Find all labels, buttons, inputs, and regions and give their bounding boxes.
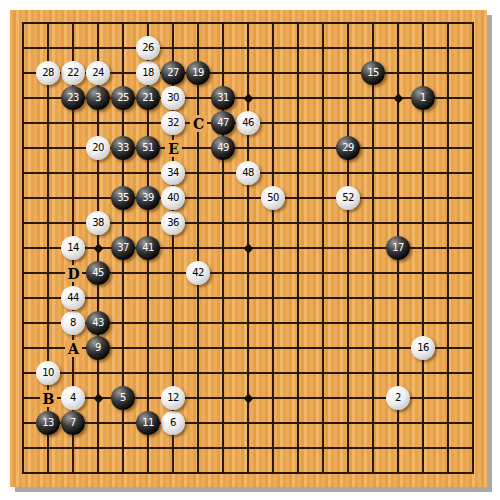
stone-black-5[interactable]: 5: [111, 386, 135, 410]
stone-black-29[interactable]: 29: [336, 136, 360, 160]
stone-white-14[interactable]: 14: [61, 236, 85, 260]
stone-white-42[interactable]: 42: [186, 261, 210, 285]
stone-white-38[interactable]: 38: [86, 211, 110, 235]
star-point: [94, 244, 104, 254]
stone-black-37[interactable]: 37: [111, 236, 135, 260]
stone-white-52[interactable]: 52: [336, 186, 360, 210]
stone-white-22[interactable]: 22: [61, 61, 85, 85]
point-label-b: B: [40, 390, 57, 407]
grid-vline: [322, 22, 324, 474]
stone-black-43[interactable]: 43: [86, 311, 110, 335]
grid-vline: [372, 22, 374, 474]
stone-black-13[interactable]: 13: [36, 411, 60, 435]
point-label-d: D: [65, 265, 82, 282]
star-point: [94, 394, 104, 404]
stone-white-8[interactable]: 8: [61, 311, 85, 335]
stone-white-24[interactable]: 24: [86, 61, 110, 85]
diagram-frame: ABCDE12345678910111213141516171819202122…: [0, 0, 500, 500]
stone-black-47[interactable]: 47: [211, 111, 235, 135]
stone-white-48[interactable]: 48: [236, 161, 260, 185]
stone-black-51[interactable]: 51: [136, 136, 160, 160]
stone-black-31[interactable]: 31: [211, 86, 235, 110]
stone-black-19[interactable]: 19: [186, 61, 210, 85]
stone-black-27[interactable]: 27: [161, 61, 185, 85]
stone-black-1[interactable]: 1: [411, 86, 435, 110]
stone-white-40[interactable]: 40: [161, 186, 185, 210]
point-label-a: A: [65, 340, 82, 357]
stone-black-9[interactable]: 9: [86, 336, 110, 360]
grid-vline: [297, 22, 299, 474]
stone-white-26[interactable]: 26: [136, 36, 160, 60]
stone-black-11[interactable]: 11: [136, 411, 160, 435]
stone-white-32[interactable]: 32: [161, 111, 185, 135]
stone-white-46[interactable]: 46: [236, 111, 260, 135]
stone-black-3[interactable]: 3: [86, 86, 110, 110]
stone-black-35[interactable]: 35: [111, 186, 135, 210]
grid-vline: [347, 22, 349, 474]
stone-white-12[interactable]: 12: [161, 386, 185, 410]
stone-white-10[interactable]: 10: [36, 361, 60, 385]
stone-white-34[interactable]: 34: [161, 161, 185, 185]
stone-black-45[interactable]: 45: [86, 261, 110, 285]
stone-white-18[interactable]: 18: [136, 61, 160, 85]
point-label-e: E: [165, 140, 182, 157]
stone-black-17[interactable]: 17: [386, 236, 410, 260]
stone-white-20[interactable]: 20: [86, 136, 110, 160]
stone-black-41[interactable]: 41: [136, 236, 160, 260]
point-label-c: C: [190, 115, 207, 132]
stone-white-44[interactable]: 44: [61, 286, 85, 310]
stone-black-7[interactable]: 7: [61, 411, 85, 435]
grid-vline: [472, 22, 474, 474]
go-board[interactable]: ABCDE12345678910111213141516171819202122…: [10, 10, 487, 487]
grid-hline: [22, 422, 474, 424]
stone-black-25[interactable]: 25: [111, 86, 135, 110]
stone-white-30[interactable]: 30: [161, 86, 185, 110]
grid-hline: [22, 297, 474, 299]
stone-white-28[interactable]: 28: [36, 61, 60, 85]
stone-white-6[interactable]: 6: [161, 411, 185, 435]
star-point: [244, 394, 254, 404]
stone-white-4[interactable]: 4: [61, 386, 85, 410]
stone-white-50[interactable]: 50: [261, 186, 285, 210]
stone-white-36[interactable]: 36: [161, 211, 185, 235]
stone-black-33[interactable]: 33: [111, 136, 135, 160]
star-point: [244, 94, 254, 104]
stone-white-16[interactable]: 16: [411, 336, 435, 360]
stone-black-39[interactable]: 39: [136, 186, 160, 210]
grid-vline: [447, 22, 449, 474]
stone-black-15[interactable]: 15: [361, 61, 385, 85]
star-point: [244, 244, 254, 254]
stone-black-23[interactable]: 23: [61, 86, 85, 110]
grid-hline: [22, 372, 474, 374]
grid-vline: [272, 22, 274, 474]
grid-hline: [22, 447, 474, 449]
stone-white-2[interactable]: 2: [386, 386, 410, 410]
stone-black-21[interactable]: 21: [136, 86, 160, 110]
stone-black-49[interactable]: 49: [211, 136, 235, 160]
star-point: [394, 94, 404, 104]
grid-hline: [22, 472, 474, 474]
